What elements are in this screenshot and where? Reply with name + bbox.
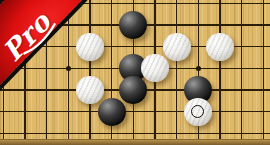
white-stone <box>184 98 212 126</box>
grid-line-vertical <box>176 0 178 139</box>
star-point <box>196 66 201 71</box>
grid-line-horizontal <box>0 133 270 135</box>
last-move-marker <box>191 105 204 118</box>
go-app-screenshot: Pro <box>0 0 270 145</box>
grid-line-vertical <box>219 0 221 139</box>
pro-ribbon[interactable]: Pro <box>0 0 125 125</box>
pro-ribbon-content: Pro <box>0 5 60 70</box>
pro-ribbon-band: Pro <box>0 0 114 116</box>
white-stone <box>163 33 191 61</box>
white-stone <box>141 54 169 82</box>
grid-line-vertical <box>263 0 265 139</box>
white-stone <box>206 33 234 61</box>
board-bottom-edge <box>0 139 270 145</box>
grid-line-vertical <box>241 0 243 139</box>
